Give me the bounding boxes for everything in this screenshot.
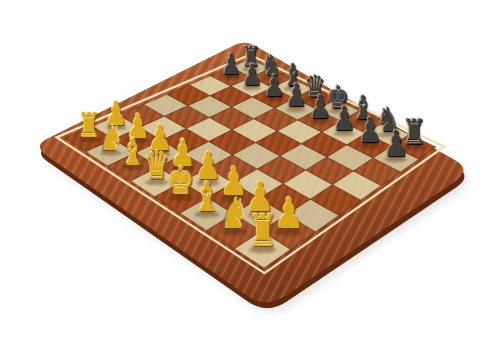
piece-black-pawn-h7: ♟ (384, 126, 409, 162)
piece-white-bishop-c1: ♝ (120, 133, 145, 170)
piece-layer: ♜♟♞♟♝♟♛♟♚♟♝♟♟♞♜♟♟♜♞♟♟♝♟♛♟♚♟♝♟♞♟♜ (0, 0, 500, 348)
piece-black-pawn-b7: ♟ (242, 60, 262, 89)
piece-black-pawn-d7: ♟ (285, 80, 307, 111)
piece-black-pawn-g7: ♟ (357, 114, 381, 149)
piece-white-pawn-h2: ♟ (274, 193, 303, 235)
piece-white-king-e1: ♚ (168, 161, 195, 200)
piece-white-knight-g1: ♞ (219, 192, 248, 234)
piece-white-rook-h1: ♜ (247, 209, 278, 253)
piece-black-pawn-e7: ♟ (308, 91, 330, 123)
piece-white-bishop-f1: ♝ (193, 176, 221, 217)
piece-white-queen-d1: ♛ (144, 147, 170, 185)
piece-black-pawn-c7: ♟ (263, 70, 284, 100)
piece-black-pawn-f7: ♟ (332, 102, 355, 136)
piece-black-pawn-a7: ♟ (221, 51, 241, 79)
chess-product-photo: ♜♟♞♟♝♟♛♟♚♟♝♟♟♞♜♟♟♜♞♟♟♝♟♛♟♚♟♝♟♞♟♜ (0, 0, 500, 348)
